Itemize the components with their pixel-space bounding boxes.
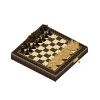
chess-set-photo[interactable]: ♜♞♝♛♚♝♞♜♟♟♟♟♟♟♟♟♟♟♟♟♟♟♟♟♜♞♝♛♚♝♞♜ [0, 0, 100, 100]
